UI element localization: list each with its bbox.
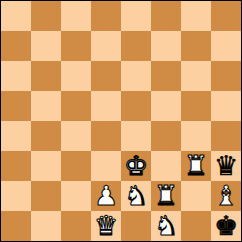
piece-white-king[interactable]: ♚ <box>124 151 148 181</box>
square-b4[interactable] <box>31 121 61 151</box>
square-g7[interactable] <box>181 31 211 61</box>
square-e6[interactable] <box>121 61 151 91</box>
square-a5[interactable] <box>1 91 31 121</box>
square-d2[interactable]: ♟ <box>91 181 121 211</box>
square-e5[interactable] <box>121 91 151 121</box>
square-e8[interactable] <box>121 1 151 31</box>
square-d1[interactable]: ♛ <box>91 211 121 241</box>
square-f4[interactable] <box>151 121 181 151</box>
square-b6[interactable] <box>31 61 61 91</box>
square-a1[interactable] <box>1 211 31 241</box>
square-g4[interactable] <box>181 121 211 151</box>
square-d3[interactable] <box>91 151 121 181</box>
piece-black-queen[interactable]: ♛ <box>214 151 238 181</box>
square-h1[interactable]: ♚ <box>211 211 241 241</box>
square-f6[interactable] <box>151 61 181 91</box>
square-b1[interactable] <box>31 211 61 241</box>
square-a6[interactable] <box>1 61 31 91</box>
square-h6[interactable] <box>211 61 241 91</box>
square-h2[interactable]: ♝ <box>211 181 241 211</box>
square-e7[interactable] <box>121 31 151 61</box>
piece-black-king[interactable]: ♚ <box>214 211 238 241</box>
square-h8[interactable] <box>211 1 241 31</box>
board-wrap: ♚♜♛♟♞♜♝♛♞♚ <box>0 0 242 242</box>
square-c7[interactable] <box>61 31 91 61</box>
square-c8[interactable] <box>61 1 91 31</box>
square-f2[interactable]: ♜ <box>151 181 181 211</box>
square-f3[interactable] <box>151 151 181 181</box>
square-a4[interactable] <box>1 121 31 151</box>
piece-white-knight[interactable]: ♞ <box>124 181 148 211</box>
piece-white-bishop[interactable]: ♝ <box>214 181 238 211</box>
piece-white-pawn[interactable]: ♟ <box>94 181 118 211</box>
square-e3[interactable]: ♚ <box>121 151 151 181</box>
square-d4[interactable] <box>91 121 121 151</box>
piece-white-rook[interactable]: ♜ <box>154 181 178 211</box>
square-a8[interactable] <box>1 1 31 31</box>
square-a3[interactable] <box>1 151 31 181</box>
square-f1[interactable]: ♞ <box>151 211 181 241</box>
piece-white-queen[interactable]: ♛ <box>94 211 118 241</box>
square-e4[interactable] <box>121 121 151 151</box>
square-e2[interactable]: ♞ <box>121 181 151 211</box>
square-g6[interactable] <box>181 61 211 91</box>
square-g3[interactable]: ♜ <box>181 151 211 181</box>
square-f7[interactable] <box>151 31 181 61</box>
square-b7[interactable] <box>31 31 61 61</box>
square-d6[interactable] <box>91 61 121 91</box>
square-g5[interactable] <box>181 91 211 121</box>
square-f5[interactable] <box>151 91 181 121</box>
square-c1[interactable] <box>61 211 91 241</box>
square-a7[interactable] <box>1 31 31 61</box>
square-h5[interactable] <box>211 91 241 121</box>
square-g8[interactable] <box>181 1 211 31</box>
square-b2[interactable] <box>31 181 61 211</box>
square-d5[interactable] <box>91 91 121 121</box>
square-b3[interactable] <box>31 151 61 181</box>
square-d7[interactable] <box>91 31 121 61</box>
square-b5[interactable] <box>31 91 61 121</box>
square-c6[interactable] <box>61 61 91 91</box>
square-e1[interactable] <box>121 211 151 241</box>
square-c2[interactable] <box>61 181 91 211</box>
piece-white-knight[interactable]: ♞ <box>154 211 178 241</box>
square-a2[interactable] <box>1 181 31 211</box>
chess-board: ♚♜♛♟♞♜♝♛♞♚ <box>0 0 242 242</box>
square-g2[interactable] <box>181 181 211 211</box>
square-c4[interactable] <box>61 121 91 151</box>
square-c5[interactable] <box>61 91 91 121</box>
square-h3[interactable]: ♛ <box>211 151 241 181</box>
square-f8[interactable] <box>151 1 181 31</box>
square-h7[interactable] <box>211 31 241 61</box>
square-b8[interactable] <box>31 1 61 31</box>
piece-white-rook[interactable]: ♜ <box>184 151 208 181</box>
square-c3[interactable] <box>61 151 91 181</box>
square-d8[interactable] <box>91 1 121 31</box>
square-g1[interactable] <box>181 211 211 241</box>
square-h4[interactable] <box>211 121 241 151</box>
